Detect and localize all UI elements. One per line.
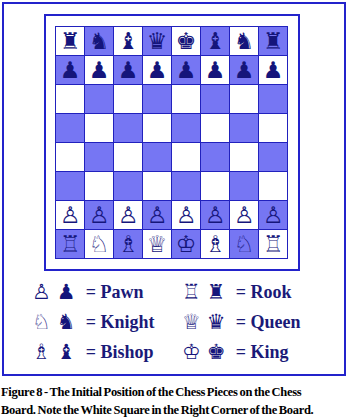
black-queen-piece: ♛	[147, 27, 168, 55]
board-square[interactable]: ♝	[114, 27, 142, 55]
white-knight-icon: ♘	[32, 310, 51, 334]
board-square[interactable]: ♖	[259, 230, 287, 258]
white-pawn-piece: ♙	[89, 201, 110, 229]
board-square[interactable]	[172, 143, 200, 171]
board-square[interactable]	[143, 85, 171, 113]
board-square[interactable]	[143, 143, 171, 171]
white-pawn-icon: ♙	[32, 280, 51, 304]
board-square[interactable]	[230, 172, 258, 200]
board-frame: ♜♞♝♛♚♝♞♜♟♟♟♟♟♟♟♟♙♙♙♙♙♙♙♙♖♘♗♕♔♗♘♖	[44, 14, 300, 271]
white-rook-piece: ♖	[60, 230, 81, 258]
black-queen-icon: ♛	[207, 310, 226, 334]
black-bishop-icon: ♝	[57, 340, 76, 364]
legend: ♙♟= Pawn♖♜= Rook♘♞= Knight♕♛= Queen♗♝= B…	[32, 280, 332, 364]
board-square[interactable]: ♘	[230, 230, 258, 258]
board-square[interactable]	[172, 114, 200, 142]
board-square[interactable]	[114, 172, 142, 200]
board-square[interactable]: ♟	[201, 56, 229, 84]
board-square[interactable]	[172, 172, 200, 200]
legend-label-pawn: = Pawn	[86, 280, 144, 304]
white-pawn-piece: ♙	[234, 201, 255, 229]
black-rook-icon: ♜	[207, 280, 226, 304]
board-square[interactable]	[114, 114, 142, 142]
board-square[interactable]	[56, 172, 84, 200]
board-square[interactable]: ♟	[85, 56, 113, 84]
white-pawn-piece: ♙	[147, 201, 168, 229]
board-square[interactable]: ♜	[259, 27, 287, 55]
board-square[interactable]: ♖	[56, 230, 84, 258]
board-square[interactable]	[85, 172, 113, 200]
legend-item-rook: ♖♜= Rook	[182, 280, 332, 304]
board-square[interactable]: ♞	[230, 27, 258, 55]
board-square[interactable]	[259, 114, 287, 142]
white-bishop-piece: ♗	[118, 230, 139, 258]
board-square[interactable]	[201, 114, 229, 142]
white-rook-piece: ♖	[263, 230, 284, 258]
caption-line-2: Board. Note the White Square in the Righ…	[1, 401, 350, 419]
board-square[interactable]: ♙	[172, 201, 200, 229]
board-square[interactable]: ♘	[85, 230, 113, 258]
white-pawn-piece: ♙	[60, 201, 81, 229]
board-square[interactable]: ♙	[201, 201, 229, 229]
board-square[interactable]: ♗	[201, 230, 229, 258]
board-square[interactable]	[143, 114, 171, 142]
black-pawn-piece: ♟	[263, 56, 284, 84]
board-square[interactable]: ♙	[143, 201, 171, 229]
black-bishop-piece: ♝	[205, 27, 226, 55]
figure-caption: Figure 8 - The Initial Position of the C…	[1, 383, 350, 419]
black-pawn-piece: ♟	[176, 56, 197, 84]
white-pawn-piece: ♙	[176, 201, 197, 229]
board-square[interactable]	[230, 143, 258, 171]
white-bishop-icon: ♗	[32, 340, 51, 364]
black-rook-piece: ♜	[263, 27, 284, 55]
caption-line-1: Figure 8 - The Initial Position of the C…	[1, 383, 350, 401]
black-pawn-piece: ♟	[147, 56, 168, 84]
black-knight-piece: ♞	[234, 27, 255, 55]
black-pawn-piece: ♟	[60, 56, 81, 84]
legend-item-pawn: ♙♟= Pawn	[32, 280, 182, 304]
board-square[interactable]: ♙	[114, 201, 142, 229]
board-square[interactable]: ♞	[85, 27, 113, 55]
board-square[interactable]: ♟	[114, 56, 142, 84]
board-square[interactable]: ♙	[56, 201, 84, 229]
board-square[interactable]	[259, 143, 287, 171]
white-queen-piece: ♕	[147, 230, 168, 258]
board-square[interactable]	[259, 85, 287, 113]
legend-label-rook: = Rook	[236, 280, 292, 304]
board-square[interactable]: ♟	[230, 56, 258, 84]
board-square[interactable]	[230, 85, 258, 113]
legend-label-queen: = Queen	[236, 310, 301, 334]
board-square[interactable]: ♚	[172, 27, 200, 55]
white-knight-piece: ♘	[89, 230, 110, 258]
board-square[interactable]: ♛	[143, 27, 171, 55]
board-square[interactable]	[114, 85, 142, 113]
legend-label-knight: = Knight	[86, 310, 155, 334]
board-square[interactable]	[85, 114, 113, 142]
white-knight-piece: ♘	[234, 230, 255, 258]
black-pawn-piece: ♟	[205, 56, 226, 84]
board-square[interactable]	[56, 85, 84, 113]
board-square[interactable]	[56, 143, 84, 171]
legend-item-king: ♔♚= King	[182, 340, 332, 364]
board-square[interactable]: ♟	[259, 56, 287, 84]
black-pawn-piece: ♟	[89, 56, 110, 84]
board-square[interactable]	[259, 172, 287, 200]
board-square[interactable]	[201, 172, 229, 200]
board-square[interactable]	[85, 85, 113, 113]
white-pawn-piece: ♙	[263, 201, 284, 229]
board-square[interactable]	[172, 85, 200, 113]
board-square[interactable]	[230, 114, 258, 142]
legend-label-king: = King	[236, 340, 289, 364]
board-square[interactable]: ♟	[143, 56, 171, 84]
board-square[interactable]: ♗	[114, 230, 142, 258]
white-king-piece: ♔	[176, 230, 197, 258]
legend-item-queen: ♕♛= Queen	[182, 310, 332, 334]
board-square[interactable]: ♔	[172, 230, 200, 258]
black-pawn-piece: ♟	[234, 56, 255, 84]
white-queen-icon: ♕	[182, 310, 201, 334]
board-square[interactable]: ♙	[230, 201, 258, 229]
black-pawn-piece: ♟	[118, 56, 139, 84]
board-square[interactable]	[143, 172, 171, 200]
black-pawn-icon: ♟	[57, 280, 76, 304]
black-king-icon: ♚	[207, 340, 226, 364]
board-square[interactable]	[201, 85, 229, 113]
white-bishop-piece: ♗	[205, 230, 226, 258]
board-square[interactable]: ♟	[172, 56, 200, 84]
board-square[interactable]	[56, 114, 84, 142]
white-rook-icon: ♖	[182, 280, 201, 304]
legend-label-bishop: = Bishop	[86, 340, 154, 364]
black-knight-icon: ♞	[57, 310, 76, 334]
chess-board: ♜♞♝♛♚♝♞♜♟♟♟♟♟♟♟♟♙♙♙♙♙♙♙♙♖♘♗♕♔♗♘♖	[55, 26, 288, 259]
white-pawn-piece: ♙	[205, 201, 226, 229]
board-square[interactable]: ♙	[259, 201, 287, 229]
board-square[interactable]	[201, 143, 229, 171]
black-king-piece: ♚	[176, 27, 197, 55]
legend-item-knight: ♘♞= Knight	[32, 310, 182, 334]
figure-frame: ♜♞♝♛♚♝♞♜♟♟♟♟♟♟♟♟♙♙♙♙♙♙♙♙♖♘♗♕♔♗♘♖ ♙♟= Paw…	[2, 2, 346, 376]
black-knight-piece: ♞	[89, 27, 110, 55]
board-square[interactable]: ♝	[201, 27, 229, 55]
board-square[interactable]	[85, 143, 113, 171]
board-square[interactable]: ♙	[85, 201, 113, 229]
black-bishop-piece: ♝	[118, 27, 139, 55]
board-square[interactable]: ♟	[56, 56, 84, 84]
legend-item-bishop: ♗♝= Bishop	[32, 340, 182, 364]
white-pawn-piece: ♙	[118, 201, 139, 229]
board-square[interactable]: ♕	[143, 230, 171, 258]
board-square[interactable]: ♜	[56, 27, 84, 55]
white-king-icon: ♔	[182, 340, 201, 364]
board-square[interactable]	[114, 143, 142, 171]
black-rook-piece: ♜	[60, 27, 81, 55]
